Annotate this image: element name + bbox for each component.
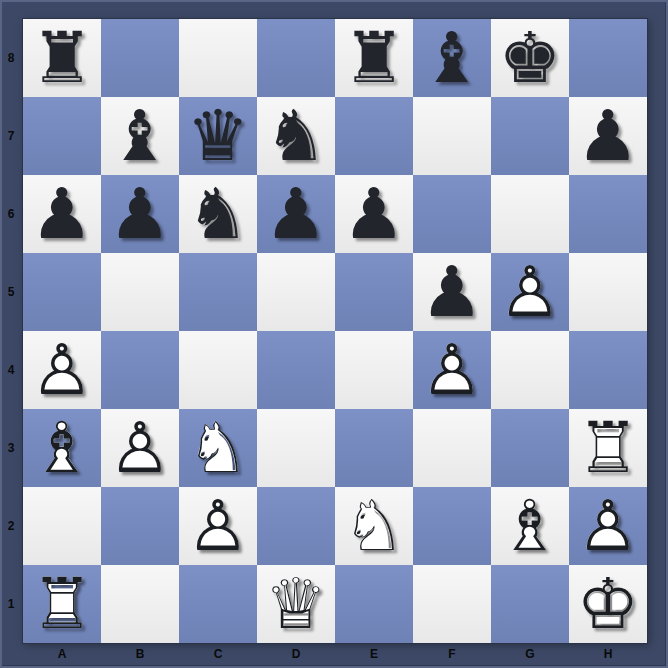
white-pawn[interactable]: ♟♙ <box>179 487 257 565</box>
square-a1[interactable]: ♜♖ <box>23 565 101 643</box>
square-e7[interactable] <box>335 97 413 175</box>
square-c1[interactable] <box>179 565 257 643</box>
black-pawn-glyph: ♟ <box>257 175 335 253</box>
square-c8[interactable] <box>179 19 257 97</box>
square-d2[interactable] <box>257 487 335 565</box>
black-rook-glyph: ♜ <box>23 19 101 97</box>
white-knight[interactable]: ♞♘ <box>179 409 257 487</box>
black-pawn-glyph: ♟ <box>101 175 179 253</box>
square-b2[interactable] <box>101 487 179 565</box>
white-rook[interactable]: ♜♖ <box>23 565 101 643</box>
white-pawn[interactable]: ♟♙ <box>569 487 647 565</box>
square-f2[interactable] <box>413 487 491 565</box>
white-knight-outline: ♘ <box>179 409 257 487</box>
square-b6[interactable]: ♟ <box>101 175 179 253</box>
square-g8[interactable]: ♚ <box>491 19 569 97</box>
black-pawn-glyph: ♟ <box>413 253 491 331</box>
square-b7[interactable]: ♝ <box>101 97 179 175</box>
square-f8[interactable]: ♝ <box>413 19 491 97</box>
square-c6[interactable]: ♞ <box>179 175 257 253</box>
file-label-h: H <box>569 644 647 666</box>
rank-label-3: 3 <box>0 409 22 487</box>
square-a5[interactable] <box>23 253 101 331</box>
square-d4[interactable] <box>257 331 335 409</box>
white-knight-outline: ♘ <box>335 487 413 565</box>
square-a3[interactable]: ♝♗ <box>23 409 101 487</box>
square-b5[interactable] <box>101 253 179 331</box>
black-bishop-glyph: ♝ <box>101 97 179 175</box>
square-c7[interactable]: ♛ <box>179 97 257 175</box>
square-g1[interactable] <box>491 565 569 643</box>
black-bishop-glyph: ♝ <box>413 19 491 97</box>
square-g3[interactable] <box>491 409 569 487</box>
chessboard-window: ♜♜♝♚♝♛♞♟♟♟♞♟♟♟♟♙♟♙♟♙♝♗♟♙♞♘♜♖♟♙♞♘♝♗♟♙♜♖♛♕… <box>0 0 668 668</box>
square-h3[interactable]: ♜♖ <box>569 409 647 487</box>
black-rook-glyph: ♜ <box>335 19 413 97</box>
square-h8[interactable] <box>569 19 647 97</box>
square-a7[interactable] <box>23 97 101 175</box>
white-pawn[interactable]: ♟♙ <box>413 331 491 409</box>
white-pawn[interactable]: ♟♙ <box>23 331 101 409</box>
square-f4[interactable]: ♟♙ <box>413 331 491 409</box>
black-rook[interactable]: ♜ <box>335 19 413 97</box>
black-knight-glyph: ♞ <box>179 175 257 253</box>
square-f7[interactable] <box>413 97 491 175</box>
square-a4[interactable]: ♟♙ <box>23 331 101 409</box>
white-king-outline: ♔ <box>569 565 647 643</box>
black-knight-glyph: ♞ <box>257 97 335 175</box>
black-queen[interactable]: ♛ <box>179 97 257 175</box>
square-b8[interactable] <box>101 19 179 97</box>
black-pawn[interactable]: ♟ <box>101 175 179 253</box>
black-pawn[interactable]: ♟ <box>257 175 335 253</box>
black-knight[interactable]: ♞ <box>257 97 335 175</box>
square-d8[interactable] <box>257 19 335 97</box>
white-pawn[interactable]: ♟♙ <box>101 409 179 487</box>
white-rook-outline: ♖ <box>23 565 101 643</box>
black-pawn[interactable]: ♟ <box>413 253 491 331</box>
black-queen-glyph: ♛ <box>179 97 257 175</box>
black-pawn-glyph: ♟ <box>23 175 101 253</box>
square-b4[interactable] <box>101 331 179 409</box>
white-rook[interactable]: ♜♖ <box>569 409 647 487</box>
black-pawn-glyph: ♟ <box>335 175 413 253</box>
rank-label-5: 5 <box>0 253 22 331</box>
square-h1[interactable]: ♚♔ <box>569 565 647 643</box>
square-e2[interactable]: ♞♘ <box>335 487 413 565</box>
white-pawn-outline: ♙ <box>491 253 569 331</box>
black-pawn[interactable]: ♟ <box>569 97 647 175</box>
square-f5[interactable]: ♟ <box>413 253 491 331</box>
file-label-a: A <box>23 644 101 666</box>
white-queen[interactable]: ♛♕ <box>257 565 335 643</box>
white-pawn-outline: ♙ <box>413 331 491 409</box>
black-knight[interactable]: ♞ <box>179 175 257 253</box>
square-e8[interactable]: ♜ <box>335 19 413 97</box>
square-g5[interactable]: ♟♙ <box>491 253 569 331</box>
square-c3[interactable]: ♞♘ <box>179 409 257 487</box>
white-bishop[interactable]: ♝♗ <box>23 409 101 487</box>
rank-label-1: 1 <box>0 565 22 643</box>
black-king[interactable]: ♚ <box>491 19 569 97</box>
square-c5[interactable] <box>179 253 257 331</box>
white-pawn-outline: ♙ <box>101 409 179 487</box>
white-bishop-outline: ♗ <box>491 487 569 565</box>
square-e3[interactable] <box>335 409 413 487</box>
file-label-f: F <box>413 644 491 666</box>
square-d7[interactable]: ♞ <box>257 97 335 175</box>
rank-label-8: 8 <box>0 19 22 97</box>
square-c2[interactable]: ♟♙ <box>179 487 257 565</box>
square-h4[interactable] <box>569 331 647 409</box>
file-label-g: G <box>491 644 569 666</box>
rank-label-4: 4 <box>0 331 22 409</box>
square-c4[interactable] <box>179 331 257 409</box>
square-e6[interactable]: ♟ <box>335 175 413 253</box>
black-bishop[interactable]: ♝ <box>101 97 179 175</box>
square-d5[interactable] <box>257 253 335 331</box>
white-king[interactable]: ♚♔ <box>569 565 647 643</box>
rank-label-7: 7 <box>0 97 22 175</box>
black-bishop[interactable]: ♝ <box>413 19 491 97</box>
white-knight[interactable]: ♞♘ <box>335 487 413 565</box>
white-bishop-outline: ♗ <box>23 409 101 487</box>
square-a6[interactable]: ♟ <box>23 175 101 253</box>
white-rook-outline: ♖ <box>569 409 647 487</box>
square-e5[interactable] <box>335 253 413 331</box>
rank-label-2: 2 <box>0 487 22 565</box>
square-h6[interactable] <box>569 175 647 253</box>
file-label-c: C <box>179 644 257 666</box>
square-b3[interactable]: ♟♙ <box>101 409 179 487</box>
white-pawn-outline: ♙ <box>569 487 647 565</box>
square-b1[interactable] <box>101 565 179 643</box>
rank-label-6: 6 <box>0 175 22 253</box>
square-f6[interactable] <box>413 175 491 253</box>
square-a2[interactable] <box>23 487 101 565</box>
black-pawn-glyph: ♟ <box>569 97 647 175</box>
chess-board: ♜♜♝♚♝♛♞♟♟♟♞♟♟♟♟♙♟♙♟♙♝♗♟♙♞♘♜♖♟♙♞♘♝♗♟♙♜♖♛♕… <box>23 19 647 643</box>
white-queen-outline: ♕ <box>257 565 335 643</box>
white-pawn-outline: ♙ <box>23 331 101 409</box>
square-f1[interactable] <box>413 565 491 643</box>
square-h7[interactable]: ♟ <box>569 97 647 175</box>
square-g4[interactable] <box>491 331 569 409</box>
square-a8[interactable]: ♜ <box>23 19 101 97</box>
white-pawn-outline: ♙ <box>179 487 257 565</box>
file-label-e: E <box>335 644 413 666</box>
square-g6[interactable] <box>491 175 569 253</box>
black-rook[interactable]: ♜ <box>23 19 101 97</box>
square-g7[interactable] <box>491 97 569 175</box>
square-d6[interactable]: ♟ <box>257 175 335 253</box>
black-pawn[interactable]: ♟ <box>23 175 101 253</box>
white-bishop[interactable]: ♝♗ <box>491 487 569 565</box>
square-d3[interactable] <box>257 409 335 487</box>
black-king-glyph: ♚ <box>491 19 569 97</box>
square-f3[interactable] <box>413 409 491 487</box>
square-g2[interactable]: ♝♗ <box>491 487 569 565</box>
white-pawn[interactable]: ♟♙ <box>491 253 569 331</box>
file-label-d: D <box>257 644 335 666</box>
square-h5[interactable] <box>569 253 647 331</box>
square-d1[interactable]: ♛♕ <box>257 565 335 643</box>
square-h2[interactable]: ♟♙ <box>569 487 647 565</box>
square-e1[interactable] <box>335 565 413 643</box>
black-pawn[interactable]: ♟ <box>335 175 413 253</box>
file-label-b: B <box>101 644 179 666</box>
square-e4[interactable] <box>335 331 413 409</box>
